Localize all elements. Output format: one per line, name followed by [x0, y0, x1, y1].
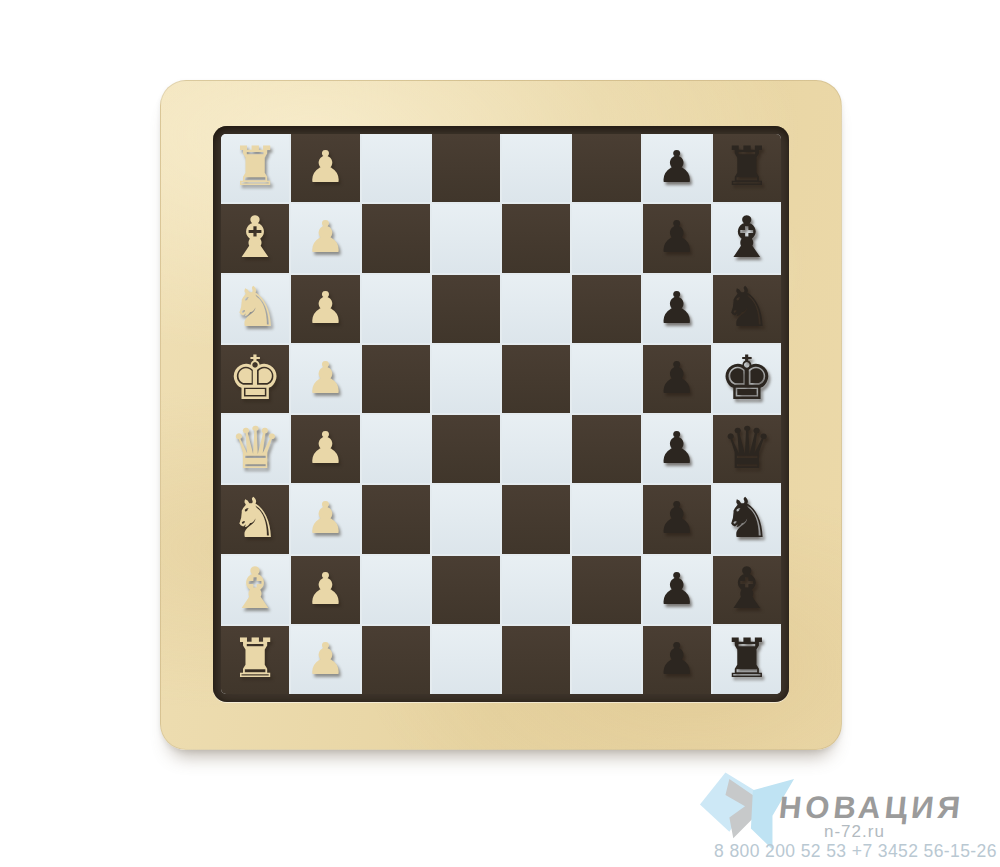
- black-queen[interactable]: ♛: [721, 419, 773, 477]
- board-well: ♜♟♟♜♝♟♟♝♞♟♟♞♚♟♟♚♛♟♟♛♞♟♟♞♝♟♟♝♜♟♟♜: [213, 126, 789, 702]
- square-f6[interactable]: [572, 275, 640, 343]
- square-f7[interactable]: [572, 204, 640, 272]
- white-pawn[interactable]: ♟: [306, 496, 345, 540]
- square-b8[interactable]: ♟: [291, 134, 359, 202]
- white-bishop[interactable]: ♝: [230, 209, 281, 266]
- square-f4[interactable]: [572, 415, 640, 483]
- square-b1[interactable]: ♟: [291, 626, 359, 694]
- square-b6[interactable]: ♟: [291, 275, 359, 343]
- square-e8[interactable]: [502, 134, 570, 202]
- white-rook[interactable]: ♜: [231, 140, 279, 194]
- square-a1[interactable]: ♜: [221, 626, 289, 694]
- square-a6[interactable]: ♞: [221, 275, 289, 343]
- white-rook[interactable]: ♜: [231, 632, 279, 686]
- square-g8[interactable]: ♟: [643, 134, 711, 202]
- square-d8[interactable]: [432, 134, 500, 202]
- square-g5[interactable]: ♟: [643, 345, 711, 413]
- square-f8[interactable]: [572, 134, 640, 202]
- square-h4[interactable]: ♛: [713, 415, 781, 483]
- white-bishop[interactable]: ♝: [230, 560, 281, 617]
- black-pawn[interactable]: ♟: [657, 567, 696, 611]
- square-e5[interactable]: [502, 345, 570, 413]
- square-b7[interactable]: ♟: [291, 204, 359, 272]
- website-url: n-72.ru: [824, 822, 885, 842]
- black-pawn[interactable]: ♟: [657, 496, 696, 540]
- square-c1[interactable]: [362, 626, 430, 694]
- square-a4[interactable]: ♛: [221, 415, 289, 483]
- black-pawn[interactable]: ♟: [657, 215, 696, 259]
- square-h1[interactable]: ♜: [713, 626, 781, 694]
- phone-numbers: 8 800 200 52 53 +7 3452 56-15-26: [714, 841, 997, 862]
- square-c5[interactable]: [362, 345, 430, 413]
- square-f2[interactable]: [572, 556, 640, 624]
- black-pawn[interactable]: ♟: [657, 145, 696, 189]
- square-d3[interactable]: [432, 485, 500, 553]
- white-pawn[interactable]: ♟: [306, 215, 345, 259]
- white-pawn[interactable]: ♟: [306, 286, 345, 330]
- white-knight[interactable]: ♞: [230, 280, 279, 335]
- square-c6[interactable]: [362, 275, 430, 343]
- square-d7[interactable]: [432, 204, 500, 272]
- square-h3[interactable]: ♞: [713, 485, 781, 553]
- white-pawn[interactable]: ♟: [306, 356, 345, 400]
- white-queen[interactable]: ♛: [229, 419, 281, 477]
- square-h6[interactable]: ♞: [713, 275, 781, 343]
- square-d6[interactable]: [432, 275, 500, 343]
- black-pawn[interactable]: ♟: [657, 286, 696, 330]
- square-c7[interactable]: [362, 204, 430, 272]
- square-e6[interactable]: [502, 275, 570, 343]
- square-c4[interactable]: [362, 415, 430, 483]
- square-c8[interactable]: [362, 134, 430, 202]
- black-rook[interactable]: ♜: [723, 632, 771, 686]
- white-knight[interactable]: ♞: [230, 491, 279, 546]
- square-g2[interactable]: ♟: [643, 556, 711, 624]
- square-f5[interactable]: [572, 345, 640, 413]
- square-e2[interactable]: [502, 556, 570, 624]
- white-pawn[interactable]: ♟: [306, 426, 345, 470]
- black-knight[interactable]: ♞: [722, 491, 771, 546]
- square-a8[interactable]: ♜: [221, 134, 289, 202]
- square-g6[interactable]: ♟: [643, 275, 711, 343]
- black-bishop[interactable]: ♝: [721, 560, 772, 617]
- square-d5[interactable]: [432, 345, 500, 413]
- square-a2[interactable]: ♝: [221, 556, 289, 624]
- black-pawn[interactable]: ♟: [657, 356, 696, 400]
- square-a3[interactable]: ♞: [221, 485, 289, 553]
- square-g7[interactable]: ♟: [643, 204, 711, 272]
- square-h7[interactable]: ♝: [713, 204, 781, 272]
- square-h5[interactable]: ♚: [713, 345, 781, 413]
- square-c2[interactable]: [362, 556, 430, 624]
- black-knight[interactable]: ♞: [722, 280, 771, 335]
- square-d1[interactable]: [432, 626, 500, 694]
- square-d4[interactable]: [432, 415, 500, 483]
- black-king[interactable]: ♚: [720, 347, 775, 408]
- square-g3[interactable]: ♟: [643, 485, 711, 553]
- black-rook[interactable]: ♜: [723, 140, 771, 194]
- white-pawn[interactable]: ♟: [306, 637, 345, 681]
- chess-board: ♜♟♟♜♝♟♟♝♞♟♟♞♚♟♟♚♛♟♟♛♞♟♟♞♝♟♟♝♜♟♟♜: [221, 134, 781, 694]
- square-a5[interactable]: ♚: [221, 345, 289, 413]
- square-e1[interactable]: [502, 626, 570, 694]
- square-h2[interactable]: ♝: [713, 556, 781, 624]
- square-a7[interactable]: ♝: [221, 204, 289, 272]
- square-h8[interactable]: ♜: [713, 134, 781, 202]
- black-pawn[interactable]: ♟: [657, 426, 696, 470]
- square-b5[interactable]: ♟: [291, 345, 359, 413]
- square-e7[interactable]: [502, 204, 570, 272]
- square-f1[interactable]: [572, 626, 640, 694]
- square-c3[interactable]: [362, 485, 430, 553]
- black-pawn[interactable]: ♟: [657, 637, 696, 681]
- square-g4[interactable]: ♟: [643, 415, 711, 483]
- black-bishop[interactable]: ♝: [721, 209, 772, 266]
- white-king[interactable]: ♚: [228, 347, 283, 408]
- square-f3[interactable]: [572, 485, 640, 553]
- white-pawn[interactable]: ♟: [306, 145, 345, 189]
- square-d2[interactable]: [432, 556, 500, 624]
- chessboard-frame: ♜♟♟♜♝♟♟♝♞♟♟♞♚♟♟♚♛♟♟♛♞♟♟♞♝♟♟♝♜♟♟♜: [160, 80, 842, 750]
- white-pawn[interactable]: ♟: [306, 567, 345, 611]
- square-b2[interactable]: ♟: [291, 556, 359, 624]
- square-e3[interactable]: [502, 485, 570, 553]
- brand-name: НОВАЦИЯ: [777, 790, 966, 826]
- square-b4[interactable]: ♟: [291, 415, 359, 483]
- square-b3[interactable]: ♟: [291, 485, 359, 553]
- square-g1[interactable]: ♟: [643, 626, 711, 694]
- square-e4[interactable]: [502, 415, 570, 483]
